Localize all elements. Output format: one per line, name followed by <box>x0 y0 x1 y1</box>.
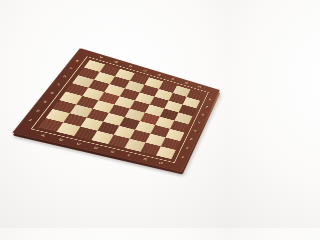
file-label: H <box>192 83 207 91</box>
photo-background: ABCDEFGH ABCDEFGH 87654321 87654321 <box>0 0 228 228</box>
rank-label: 1 <box>21 114 40 126</box>
board-frame: ABCDEFGH ABCDEFGH 87654321 87654321 <box>12 48 220 172</box>
chess-board: ABCDEFGH ABCDEFGH 87654321 87654321 <box>12 48 220 172</box>
